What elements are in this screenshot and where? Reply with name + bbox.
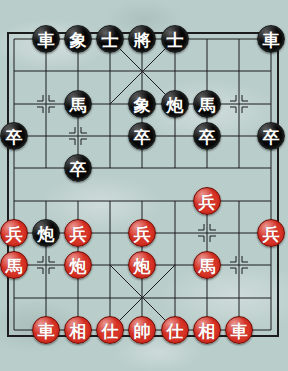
piece-black-elephant[interactable]: 象: [64, 25, 92, 53]
piece-black-horse[interactable]: 馬: [193, 90, 221, 118]
piece-red-soldier[interactable]: 兵: [64, 219, 92, 247]
piece-red-cannon[interactable]: 炮: [64, 251, 92, 279]
piece-black-soldier[interactable]: 卒: [0, 122, 28, 150]
piece-red-advisor[interactable]: 仕: [161, 316, 189, 344]
piece-black-soldier[interactable]: 卒: [64, 154, 92, 182]
piece-red-cannon[interactable]: 炮: [128, 251, 156, 279]
piece-red-chariot[interactable]: 車: [225, 316, 253, 344]
piece-black-cannon[interactable]: 炮: [32, 219, 60, 247]
piece-black-advisor[interactable]: 士: [161, 25, 189, 53]
piece-black-general[interactable]: 將: [128, 25, 156, 53]
piece-red-horse[interactable]: 馬: [193, 251, 221, 279]
piece-red-soldier[interactable]: 兵: [193, 187, 221, 215]
piece-black-elephant[interactable]: 象: [128, 90, 156, 118]
piece-red-soldier[interactable]: 兵: [257, 219, 285, 247]
piece-black-cannon[interactable]: 炮: [161, 90, 189, 118]
piece-black-soldier[interactable]: 卒: [128, 122, 156, 150]
piece-black-horse[interactable]: 馬: [64, 90, 92, 118]
piece-black-chariot[interactable]: 車: [32, 25, 60, 53]
piece-red-chariot[interactable]: 車: [32, 316, 60, 344]
piece-red-elephant[interactable]: 相: [193, 316, 221, 344]
piece-red-soldier[interactable]: 兵: [0, 219, 28, 247]
piece-black-soldier[interactable]: 卒: [257, 122, 285, 150]
piece-black-chariot[interactable]: 車: [257, 25, 285, 53]
piece-red-elephant[interactable]: 相: [64, 316, 92, 344]
piece-black-advisor[interactable]: 士: [96, 25, 124, 53]
piece-red-advisor[interactable]: 仕: [96, 316, 124, 344]
piece-red-horse[interactable]: 馬: [0, 251, 28, 279]
piece-black-soldier[interactable]: 卒: [193, 122, 221, 150]
piece-red-general[interactable]: 帥: [128, 316, 156, 344]
xiangqi-board[interactable]: 車象士將士車馬象炮馬卒卒卒卒卒兵兵炮兵兵兵馬炮炮馬車相仕帥仕相車: [0, 0, 288, 371]
piece-red-soldier[interactable]: 兵: [128, 219, 156, 247]
